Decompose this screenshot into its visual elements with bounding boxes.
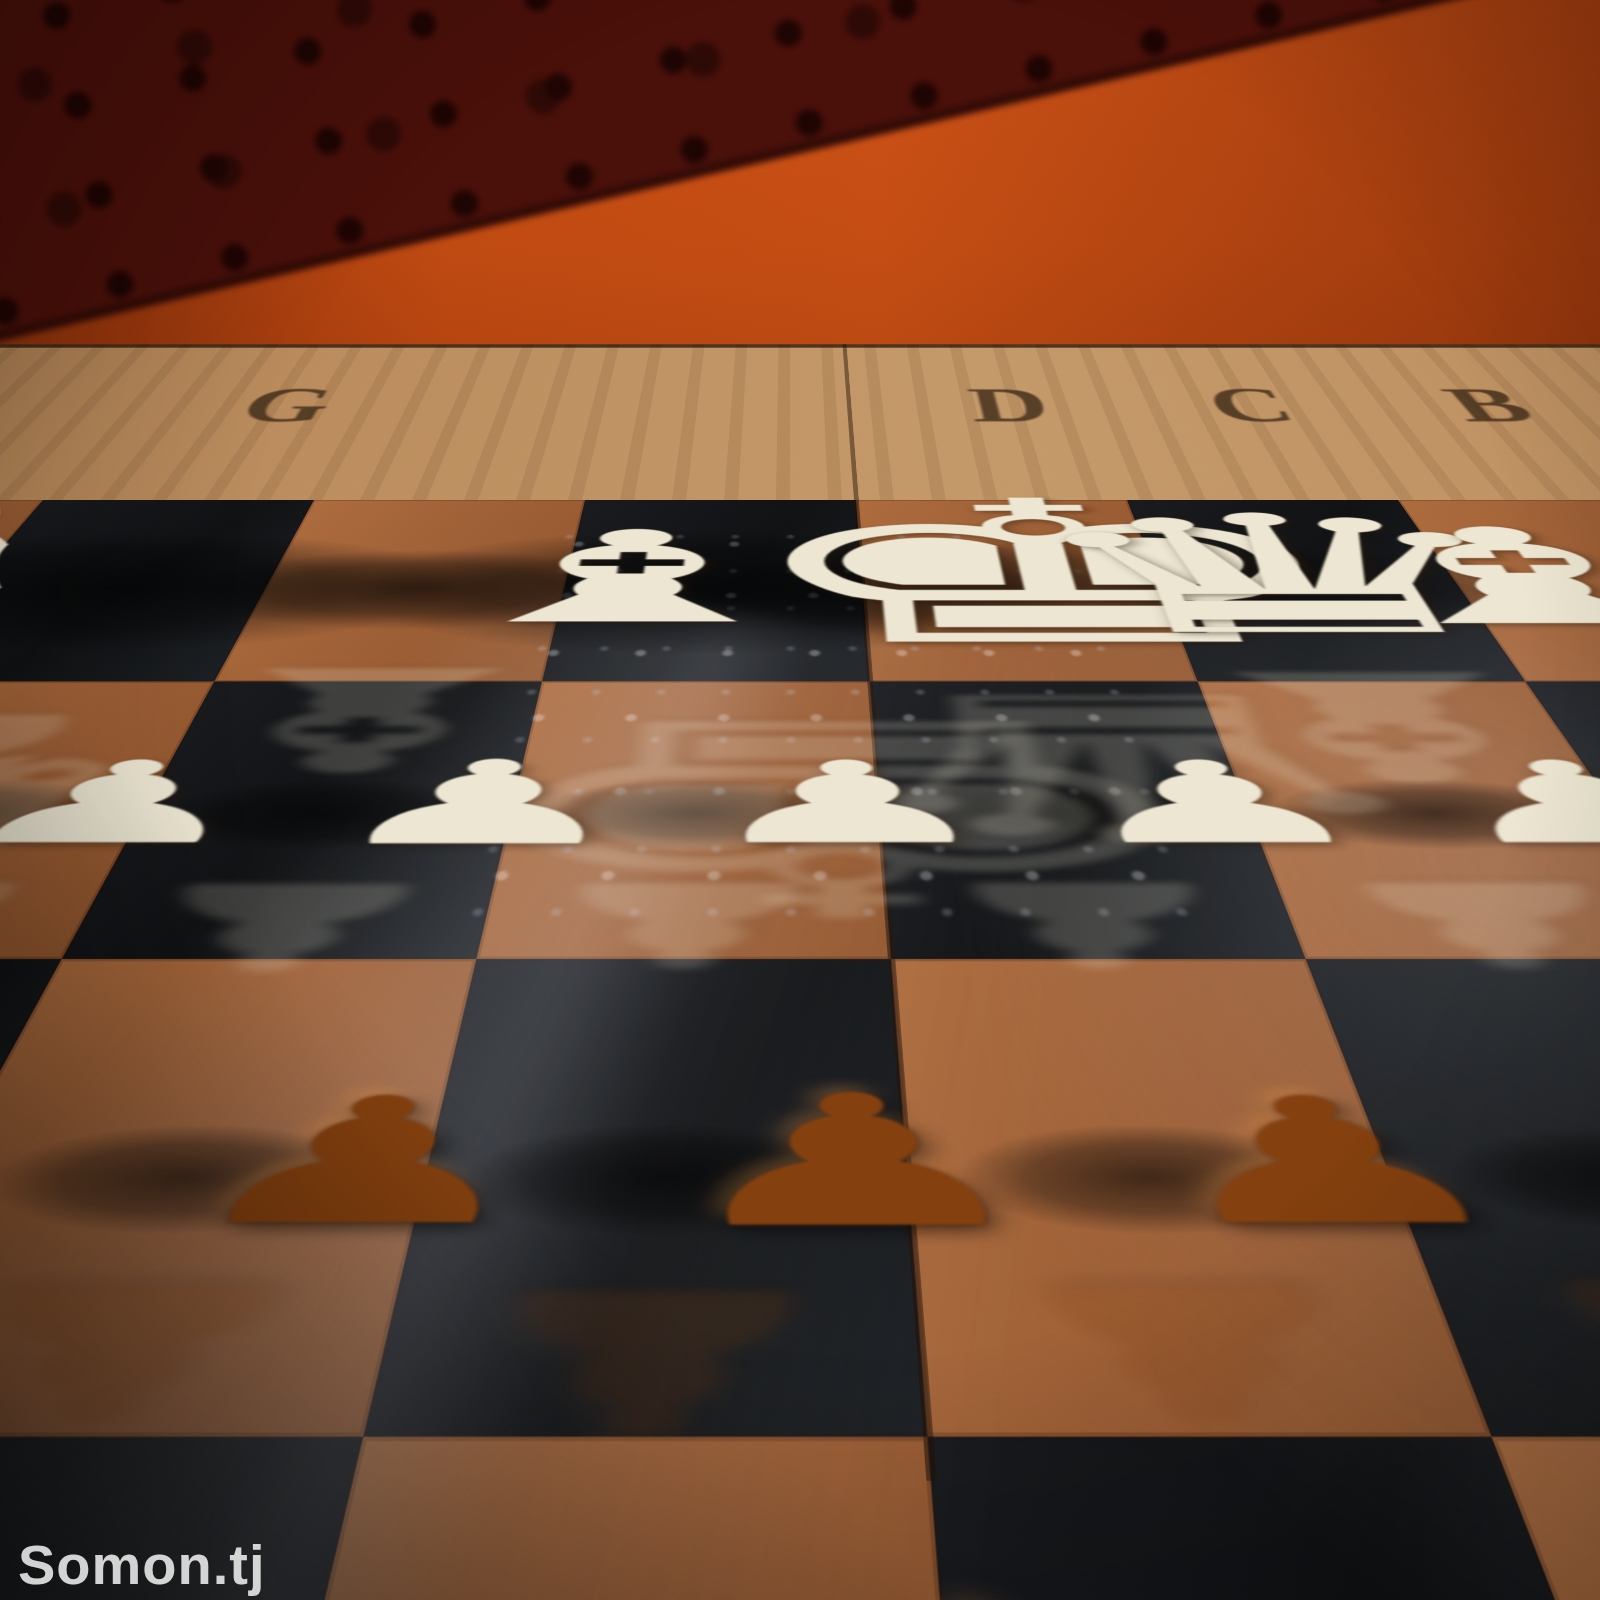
chess-board: GDCB ♞♝♚♛♝♟♟♟♟♟♟♟♟♟♝♞♝ (0, 500, 1600, 1600)
chess-photo-root: { "meta": { "description": "Close-up pho… (0, 0, 1600, 1600)
watermark: Somon.tj (18, 1532, 266, 1597)
